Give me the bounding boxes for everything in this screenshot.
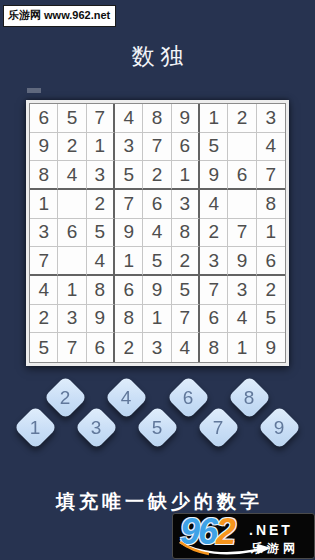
- cell-r4c2[interactable]: [58, 190, 86, 219]
- cell-r6c9: 6: [257, 247, 285, 276]
- cell-r2c1: 9: [30, 133, 58, 162]
- watermark-net-text: .NET: [249, 522, 293, 538]
- num-button-label: 3: [91, 416, 102, 438]
- cell-r1c7: 1: [200, 104, 228, 133]
- cell-r3c4: 5: [115, 161, 143, 190]
- cell-r1c9: 3: [257, 104, 285, 133]
- cell-r9c5: 3: [143, 333, 171, 362]
- cell-r5c7: 2: [200, 219, 228, 248]
- cell-r3c6: 1: [172, 161, 200, 190]
- cell-r8c5: 1: [143, 305, 171, 334]
- cell-r1c5: 8: [143, 104, 171, 133]
- cell-r4c4: 7: [115, 190, 143, 219]
- num-button-4[interactable]: 4: [111, 382, 142, 413]
- cell-r5c5: 4: [143, 219, 171, 248]
- cell-r1c1: 6: [30, 104, 58, 133]
- cell-r9c2: 7: [58, 333, 86, 362]
- top-site-watermark: 乐游网 www.962.net: [3, 5, 116, 27]
- num-button-5[interactable]: 5: [142, 412, 173, 443]
- num-button-label: 2: [60, 386, 71, 408]
- cell-r2c6: 6: [172, 133, 200, 162]
- num-button-label: 4: [122, 386, 133, 408]
- cell-r3c5: 2: [143, 161, 171, 190]
- cell-r8c6: 7: [172, 305, 200, 334]
- cell-r5c4: 9: [115, 219, 143, 248]
- cell-r2c4: 3: [115, 133, 143, 162]
- cell-r4c3: 2: [87, 190, 115, 219]
- cell-r1c2: 5: [58, 104, 86, 133]
- cell-r2c5: 7: [143, 133, 171, 162]
- cell-r6c3: 4: [87, 247, 115, 276]
- num-button-3[interactable]: 3: [81, 412, 112, 443]
- cell-r8c4: 8: [115, 305, 143, 334]
- cell-r4c8[interactable]: [228, 190, 256, 219]
- cell-r1c4: 4: [115, 104, 143, 133]
- cell-r3c3: 3: [87, 161, 115, 190]
- sudoku-grid: 6574891239213765484352196712763483659482…: [29, 103, 286, 363]
- num-button-label: 1: [30, 416, 41, 438]
- cell-r5c8: 7: [228, 219, 256, 248]
- num-button-label: 6: [183, 386, 194, 408]
- cell-r1c6: 9: [172, 104, 200, 133]
- cell-r6c8: 9: [228, 247, 256, 276]
- cell-r8c1: 2: [30, 305, 58, 334]
- cell-r9c3: 6: [87, 333, 115, 362]
- cell-r7c5: 9: [143, 276, 171, 305]
- cell-r5c9: 1: [257, 219, 285, 248]
- cell-r2c8[interactable]: [228, 133, 256, 162]
- cell-r6c1: 7: [30, 247, 58, 276]
- board-top-tab-artifact: [27, 88, 41, 93]
- cell-r6c4: 1: [115, 247, 143, 276]
- cell-r1c8: 2: [228, 104, 256, 133]
- cell-r8c3: 9: [87, 305, 115, 334]
- cell-r4c5: 6: [143, 190, 171, 219]
- cell-r6c5: 5: [143, 247, 171, 276]
- cell-r3c8: 6: [228, 161, 256, 190]
- cell-r7c4: 6: [115, 276, 143, 305]
- instruction-text: 填充唯一缺少的数字: [0, 489, 315, 515]
- num-button-9[interactable]: 9: [264, 412, 295, 443]
- cell-r4c6: 3: [172, 190, 200, 219]
- num-button-label: 9: [275, 416, 286, 438]
- cell-r5c6: 8: [172, 219, 200, 248]
- cell-r7c8: 3: [228, 276, 256, 305]
- cell-r5c3: 5: [87, 219, 115, 248]
- cell-r3c2: 4: [58, 161, 86, 190]
- cell-r2c7: 5: [200, 133, 228, 162]
- watermark-swoosh-icon: [176, 540, 276, 559]
- num-button-2[interactable]: 2: [50, 382, 81, 413]
- num-button-1[interactable]: 1: [20, 412, 51, 443]
- sudoku-board: 6574891239213765484352196712763483659482…: [26, 100, 289, 366]
- cell-r8c7: 6: [200, 305, 228, 334]
- cell-r9c7: 8: [200, 333, 228, 362]
- cell-r3c9: 7: [257, 161, 285, 190]
- cell-r8c2: 3: [58, 305, 86, 334]
- cell-r2c3: 1: [87, 133, 115, 162]
- page-title: 数独: [0, 41, 315, 72]
- cell-r3c7: 9: [200, 161, 228, 190]
- cell-r7c2: 1: [58, 276, 86, 305]
- num-button-label: 5: [152, 416, 163, 438]
- cell-r2c2: 2: [58, 133, 86, 162]
- cell-r7c3: 8: [87, 276, 115, 305]
- cell-r7c1: 4: [30, 276, 58, 305]
- cell-r7c7: 7: [200, 276, 228, 305]
- cell-r2c9: 4: [257, 133, 285, 162]
- cell-r3c1: 8: [30, 161, 58, 190]
- cell-r9c6: 4: [172, 333, 200, 362]
- cell-r9c9: 9: [257, 333, 285, 362]
- num-button-7[interactable]: 7: [203, 412, 234, 443]
- cell-r8c8: 4: [228, 305, 256, 334]
- cell-r4c9: 8: [257, 190, 285, 219]
- num-button-8[interactable]: 8: [234, 382, 265, 413]
- cell-r4c7: 4: [200, 190, 228, 219]
- num-button-label: 8: [244, 386, 255, 408]
- num-button-label: 7: [213, 416, 224, 438]
- num-button-6[interactable]: 6: [173, 382, 204, 413]
- cell-r6c7: 3: [200, 247, 228, 276]
- cell-r9c8: 1: [228, 333, 256, 362]
- cell-r4c1: 1: [30, 190, 58, 219]
- cell-r7c6: 5: [172, 276, 200, 305]
- num-button-diamond-shape: 9: [258, 406, 302, 450]
- cell-r6c2[interactable]: [58, 247, 86, 276]
- top-site-watermark-text: 乐游网 www.962.net: [8, 9, 110, 21]
- cell-r1c3: 7: [87, 104, 115, 133]
- cell-r9c4: 2: [115, 333, 143, 362]
- cell-r8c9: 5: [257, 305, 285, 334]
- bottom-site-watermark: 962 .NET 乐游网: [172, 513, 315, 559]
- cell-r7c9: 2: [257, 276, 285, 305]
- number-pad: 123456789: [0, 378, 315, 478]
- cell-r5c1: 3: [30, 219, 58, 248]
- cell-r5c2: 6: [58, 219, 86, 248]
- cell-r6c6: 2: [172, 247, 200, 276]
- cell-r9c1: 5: [30, 333, 58, 362]
